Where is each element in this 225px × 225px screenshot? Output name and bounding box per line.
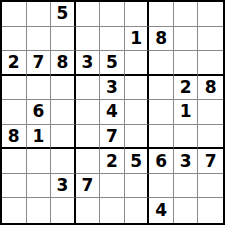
cell-r1c5-empty[interactable] xyxy=(100,2,125,27)
cell-r3c2-given[interactable]: 7 xyxy=(27,51,52,76)
cell-r5c2-given[interactable]: 6 xyxy=(27,100,52,125)
cell-r8c2-empty[interactable] xyxy=(27,174,52,199)
cell-r8c3-given[interactable]: 3 xyxy=(51,174,76,199)
cell-r9c1-empty[interactable] xyxy=(2,198,27,223)
cell-r9c4-empty[interactable] xyxy=(76,198,101,223)
cell-r4c5-given[interactable]: 3 xyxy=(100,76,125,101)
cell-r8c8-empty[interactable] xyxy=(174,174,199,199)
cell-r8c7-empty[interactable] xyxy=(149,174,174,199)
cell-r9c7-given[interactable]: 4 xyxy=(149,198,174,223)
cell-r6c5-given[interactable]: 7 xyxy=(100,125,125,150)
cell-r5c4-empty[interactable] xyxy=(76,100,101,125)
cell-r7c9-given[interactable]: 7 xyxy=(198,149,223,174)
cell-r1c8-empty[interactable] xyxy=(174,2,199,27)
cell-r8c4-given[interactable]: 7 xyxy=(76,174,101,199)
cell-r3c3-given[interactable]: 8 xyxy=(51,51,76,76)
cell-r5c9-empty[interactable] xyxy=(198,100,223,125)
cell-r3c5-given[interactable]: 5 xyxy=(100,51,125,76)
cell-r9c2-empty[interactable] xyxy=(27,198,52,223)
cell-r2c5-empty[interactable] xyxy=(100,27,125,52)
cell-r6c4-empty[interactable] xyxy=(76,125,101,150)
cell-r1c3-given[interactable]: 5 xyxy=(51,2,76,27)
cell-r5c3-empty[interactable] xyxy=(51,100,76,125)
cell-r1c1-empty[interactable] xyxy=(2,2,27,27)
cell-r4c4-empty[interactable] xyxy=(76,76,101,101)
cell-r5c6-empty[interactable] xyxy=(125,100,150,125)
cell-r6c1-given[interactable]: 8 xyxy=(2,125,27,150)
cell-r1c4-empty[interactable] xyxy=(76,2,101,27)
cell-r4c3-empty[interactable] xyxy=(51,76,76,101)
cell-r2c1-empty[interactable] xyxy=(2,27,27,52)
cell-r2c2-empty[interactable] xyxy=(27,27,52,52)
cell-r7c2-empty[interactable] xyxy=(27,149,52,174)
cell-r3c9-empty[interactable] xyxy=(198,51,223,76)
cell-r2c8-empty[interactable] xyxy=(174,27,199,52)
cell-r8c6-empty[interactable] xyxy=(125,174,150,199)
cell-r6c7-empty[interactable] xyxy=(149,125,174,150)
cell-r5c1-empty[interactable] xyxy=(2,100,27,125)
cell-r1c2-empty[interactable] xyxy=(27,2,52,27)
cell-r7c8-given[interactable]: 3 xyxy=(174,149,199,174)
cell-r4c8-given[interactable]: 2 xyxy=(174,76,199,101)
cell-r2c9-empty[interactable] xyxy=(198,27,223,52)
cell-r3c1-given[interactable]: 2 xyxy=(2,51,27,76)
cell-r6c9-empty[interactable] xyxy=(198,125,223,150)
cell-r1c7-empty[interactable] xyxy=(149,2,174,27)
cell-r3c7-empty[interactable] xyxy=(149,51,174,76)
cell-r8c9-empty[interactable] xyxy=(198,174,223,199)
cell-r6c2-given[interactable]: 1 xyxy=(27,125,52,150)
cell-r9c8-empty[interactable] xyxy=(174,198,199,223)
cell-r4c9-given[interactable]: 8 xyxy=(198,76,223,101)
cell-r9c6-empty[interactable] xyxy=(125,198,150,223)
cell-r1c9-empty[interactable] xyxy=(198,2,223,27)
cell-r7c5-given[interactable]: 2 xyxy=(100,149,125,174)
cell-r7c4-empty[interactable] xyxy=(76,149,101,174)
cell-r9c3-empty[interactable] xyxy=(51,198,76,223)
cell-r7c1-empty[interactable] xyxy=(2,149,27,174)
cell-r7c3-empty[interactable] xyxy=(51,149,76,174)
cell-r2c7-given[interactable]: 8 xyxy=(149,27,174,52)
cell-r7c7-given[interactable]: 6 xyxy=(149,149,174,174)
cell-r4c2-empty[interactable] xyxy=(27,76,52,101)
cell-r2c3-empty[interactable] xyxy=(51,27,76,52)
cell-r2c6-given[interactable]: 1 xyxy=(125,27,150,52)
cell-r6c3-empty[interactable] xyxy=(51,125,76,150)
cell-r3c8-empty[interactable] xyxy=(174,51,199,76)
cell-r6c8-empty[interactable] xyxy=(174,125,199,150)
cell-r5c8-given[interactable]: 1 xyxy=(174,100,199,125)
cell-r3c4-given[interactable]: 3 xyxy=(76,51,101,76)
cell-r3c6-empty[interactable] xyxy=(125,51,150,76)
cell-r7c6-given[interactable]: 5 xyxy=(125,149,150,174)
sudoku-board: 5182783532864181725637374 xyxy=(0,0,225,225)
cell-r8c5-empty[interactable] xyxy=(100,174,125,199)
cell-r8c1-empty[interactable] xyxy=(2,174,27,199)
cell-r9c5-empty[interactable] xyxy=(100,198,125,223)
cell-r4c6-empty[interactable] xyxy=(125,76,150,101)
cell-r5c5-given[interactable]: 4 xyxy=(100,100,125,125)
cell-r1c6-empty[interactable] xyxy=(125,2,150,27)
cell-r5c7-empty[interactable] xyxy=(149,100,174,125)
cell-r6c6-empty[interactable] xyxy=(125,125,150,150)
cell-r4c1-empty[interactable] xyxy=(2,76,27,101)
cell-r2c4-empty[interactable] xyxy=(76,27,101,52)
cell-r9c9-empty[interactable] xyxy=(198,198,223,223)
cell-r4c7-empty[interactable] xyxy=(149,76,174,101)
